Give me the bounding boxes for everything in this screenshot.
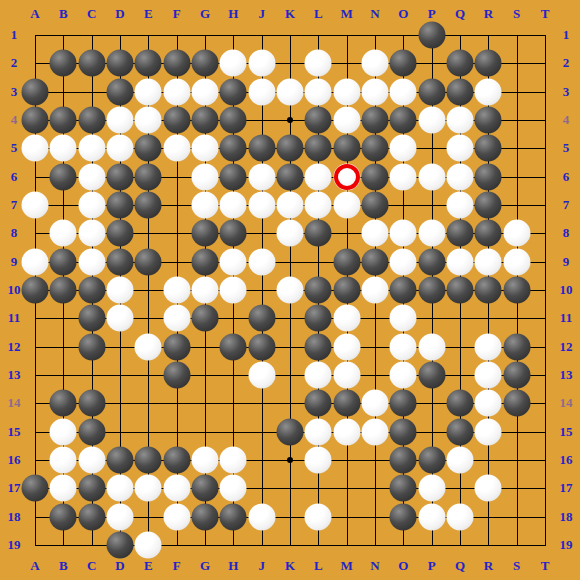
hoshi-dot xyxy=(287,457,293,463)
black-stone xyxy=(362,248,389,275)
black-stone xyxy=(78,277,105,304)
white-stone xyxy=(192,78,219,105)
column-label: B xyxy=(59,558,68,574)
last-move-marker xyxy=(334,164,360,190)
white-stone xyxy=(248,78,275,105)
white-stone xyxy=(163,78,190,105)
white-stone xyxy=(248,50,275,77)
black-stone xyxy=(390,475,417,502)
white-stone xyxy=(192,135,219,162)
white-stone xyxy=(78,192,105,219)
black-stone xyxy=(107,532,134,559)
white-stone xyxy=(22,248,49,275)
white-stone xyxy=(362,277,389,304)
white-stone xyxy=(390,248,417,275)
column-label: Q xyxy=(455,558,465,574)
white-stone xyxy=(192,163,219,190)
black-stone xyxy=(192,475,219,502)
black-stone xyxy=(107,78,134,105)
white-stone xyxy=(277,78,304,105)
white-stone xyxy=(107,475,134,502)
hoshi-dot xyxy=(287,117,293,123)
black-stone xyxy=(503,362,530,389)
black-stone xyxy=(192,248,219,275)
white-stone xyxy=(248,192,275,219)
column-label: H xyxy=(228,6,238,22)
black-stone xyxy=(50,248,77,275)
row-label: 11 xyxy=(8,310,20,326)
black-stone xyxy=(78,333,105,360)
grid-line-horizontal xyxy=(35,347,546,348)
column-label: P xyxy=(428,6,436,22)
white-stone xyxy=(220,475,247,502)
white-stone xyxy=(78,220,105,247)
column-label: Q xyxy=(455,6,465,22)
black-stone xyxy=(78,305,105,332)
white-stone xyxy=(475,475,502,502)
row-label: 16 xyxy=(8,452,21,468)
black-stone xyxy=(50,390,77,417)
black-stone xyxy=(163,362,190,389)
row-label: 8 xyxy=(563,225,570,241)
white-stone xyxy=(22,192,49,219)
column-label: K xyxy=(285,558,295,574)
row-label: 17 xyxy=(560,480,573,496)
white-stone xyxy=(107,107,134,134)
white-stone xyxy=(220,447,247,474)
white-stone xyxy=(362,50,389,77)
white-stone xyxy=(390,163,417,190)
white-stone xyxy=(333,305,360,332)
column-label: A xyxy=(30,558,39,574)
white-stone xyxy=(418,503,445,530)
white-stone xyxy=(107,503,134,530)
white-stone xyxy=(163,503,190,530)
black-stone xyxy=(277,418,304,445)
column-label: N xyxy=(370,6,379,22)
black-stone xyxy=(78,50,105,77)
black-stone xyxy=(163,107,190,134)
row-label: 2 xyxy=(563,55,570,71)
grid-line-vertical xyxy=(545,35,546,546)
white-stone xyxy=(50,447,77,474)
black-stone xyxy=(390,503,417,530)
black-stone xyxy=(192,107,219,134)
white-stone xyxy=(220,192,247,219)
column-label: C xyxy=(87,6,96,22)
row-label: 15 xyxy=(8,424,21,440)
black-stone xyxy=(305,305,332,332)
black-stone xyxy=(305,277,332,304)
black-stone xyxy=(333,135,360,162)
white-stone xyxy=(22,135,49,162)
column-label: N xyxy=(370,558,379,574)
black-stone xyxy=(22,277,49,304)
white-stone xyxy=(78,248,105,275)
black-stone xyxy=(447,220,474,247)
white-stone xyxy=(333,192,360,219)
white-stone xyxy=(107,135,134,162)
black-stone xyxy=(362,192,389,219)
black-stone xyxy=(248,333,275,360)
row-label: 15 xyxy=(560,424,573,440)
column-label: O xyxy=(398,6,408,22)
black-stone xyxy=(78,475,105,502)
white-stone xyxy=(418,163,445,190)
black-stone xyxy=(50,277,77,304)
white-stone xyxy=(135,107,162,134)
black-stone xyxy=(503,277,530,304)
black-stone xyxy=(390,277,417,304)
white-stone xyxy=(135,333,162,360)
row-label: 13 xyxy=(560,367,573,383)
row-label: 3 xyxy=(563,84,570,100)
black-stone xyxy=(220,503,247,530)
black-stone xyxy=(390,447,417,474)
black-stone xyxy=(220,107,247,134)
white-stone xyxy=(50,475,77,502)
white-stone xyxy=(333,107,360,134)
row-label: 6 xyxy=(563,169,570,185)
white-stone xyxy=(362,418,389,445)
black-stone xyxy=(277,135,304,162)
black-stone xyxy=(390,418,417,445)
white-stone xyxy=(78,447,105,474)
black-stone xyxy=(107,447,134,474)
black-stone xyxy=(248,135,275,162)
black-stone xyxy=(447,50,474,77)
row-label: 14 xyxy=(8,395,21,411)
row-label: 5 xyxy=(563,140,570,156)
black-stone xyxy=(135,50,162,77)
black-stone xyxy=(107,163,134,190)
row-label: 7 xyxy=(11,197,18,213)
black-stone xyxy=(418,277,445,304)
row-label: 2 xyxy=(11,55,18,71)
black-stone xyxy=(135,135,162,162)
black-stone xyxy=(418,22,445,49)
black-stone xyxy=(475,220,502,247)
white-stone xyxy=(447,248,474,275)
black-stone xyxy=(50,107,77,134)
black-stone xyxy=(220,78,247,105)
white-stone xyxy=(305,418,332,445)
row-label: 9 xyxy=(563,254,570,270)
white-stone xyxy=(447,135,474,162)
black-stone xyxy=(135,447,162,474)
column-label: J xyxy=(258,6,265,22)
black-stone xyxy=(50,503,77,530)
row-label: 4 xyxy=(11,112,18,128)
black-stone xyxy=(305,390,332,417)
white-stone xyxy=(50,418,77,445)
row-label: 14 xyxy=(560,395,573,411)
black-stone xyxy=(220,333,247,360)
row-label: 12 xyxy=(560,339,573,355)
white-stone xyxy=(78,163,105,190)
column-label: R xyxy=(484,6,493,22)
white-stone xyxy=(418,220,445,247)
black-stone xyxy=(390,107,417,134)
black-stone xyxy=(475,192,502,219)
row-label: 19 xyxy=(560,537,573,553)
black-stone xyxy=(333,248,360,275)
black-stone xyxy=(475,163,502,190)
white-stone xyxy=(475,333,502,360)
black-stone xyxy=(135,248,162,275)
white-stone xyxy=(277,220,304,247)
white-stone xyxy=(305,50,332,77)
black-stone xyxy=(192,220,219,247)
white-stone xyxy=(305,447,332,474)
black-stone xyxy=(163,50,190,77)
row-label: 3 xyxy=(11,84,18,100)
row-label: 13 xyxy=(8,367,21,383)
column-label: F xyxy=(173,558,181,574)
column-label: R xyxy=(484,558,493,574)
black-stone xyxy=(22,78,49,105)
black-stone xyxy=(333,390,360,417)
white-stone xyxy=(390,333,417,360)
white-stone xyxy=(390,305,417,332)
white-stone xyxy=(447,192,474,219)
black-stone xyxy=(107,248,134,275)
black-stone xyxy=(135,192,162,219)
white-stone xyxy=(418,107,445,134)
black-stone xyxy=(418,248,445,275)
column-label: L xyxy=(314,558,323,574)
row-label: 10 xyxy=(560,282,573,298)
black-stone xyxy=(220,220,247,247)
column-label: G xyxy=(200,558,210,574)
black-stone xyxy=(418,362,445,389)
black-stone xyxy=(475,277,502,304)
column-label: T xyxy=(541,558,550,574)
column-label: G xyxy=(200,6,210,22)
grid-line-horizontal xyxy=(35,375,546,376)
column-label: E xyxy=(144,6,153,22)
white-stone xyxy=(248,248,275,275)
column-label: A xyxy=(30,6,39,22)
black-stone xyxy=(447,277,474,304)
row-label: 1 xyxy=(11,27,18,43)
black-stone xyxy=(277,163,304,190)
black-stone xyxy=(220,163,247,190)
black-stone xyxy=(475,107,502,134)
white-stone xyxy=(333,418,360,445)
column-label: K xyxy=(285,6,295,22)
go-board[interactable]: AABBCCDDEEFFGGHHJJKKLLMMNNOOPPQQRRSSTT11… xyxy=(0,0,580,580)
column-label: S xyxy=(513,6,520,22)
white-stone xyxy=(50,220,77,247)
black-stone xyxy=(390,390,417,417)
white-stone xyxy=(248,163,275,190)
column-label: D xyxy=(115,6,124,22)
black-stone xyxy=(305,333,332,360)
white-stone xyxy=(305,503,332,530)
white-stone xyxy=(305,192,332,219)
white-stone xyxy=(107,277,134,304)
black-stone xyxy=(107,220,134,247)
white-stone xyxy=(333,362,360,389)
row-label: 10 xyxy=(8,282,21,298)
column-label: S xyxy=(513,558,520,574)
white-stone xyxy=(163,277,190,304)
black-stone xyxy=(418,447,445,474)
white-stone xyxy=(50,135,77,162)
black-stone xyxy=(163,333,190,360)
white-stone xyxy=(163,305,190,332)
white-stone xyxy=(220,277,247,304)
white-stone xyxy=(362,220,389,247)
black-stone xyxy=(107,50,134,77)
black-stone xyxy=(248,305,275,332)
white-stone xyxy=(135,78,162,105)
black-stone xyxy=(22,475,49,502)
black-stone xyxy=(475,135,502,162)
black-stone xyxy=(503,390,530,417)
white-stone xyxy=(362,78,389,105)
column-label: D xyxy=(115,558,124,574)
black-stone xyxy=(362,135,389,162)
row-label: 12 xyxy=(8,339,21,355)
white-stone xyxy=(192,192,219,219)
white-stone xyxy=(277,192,304,219)
black-stone xyxy=(50,163,77,190)
row-label: 18 xyxy=(8,509,21,525)
black-stone xyxy=(192,50,219,77)
row-label: 9 xyxy=(11,254,18,270)
black-stone xyxy=(78,503,105,530)
black-stone xyxy=(192,305,219,332)
white-stone xyxy=(503,220,530,247)
white-stone xyxy=(333,333,360,360)
black-stone xyxy=(418,78,445,105)
black-stone xyxy=(475,50,502,77)
white-stone xyxy=(333,78,360,105)
white-stone xyxy=(390,135,417,162)
white-stone xyxy=(475,362,502,389)
black-stone xyxy=(22,107,49,134)
white-stone xyxy=(305,78,332,105)
black-stone xyxy=(192,503,219,530)
black-stone xyxy=(78,107,105,134)
white-stone xyxy=(248,362,275,389)
white-stone xyxy=(192,277,219,304)
black-stone xyxy=(163,447,190,474)
white-stone xyxy=(78,135,105,162)
white-stone xyxy=(135,475,162,502)
white-stone xyxy=(163,135,190,162)
row-label: 5 xyxy=(11,140,18,156)
white-stone xyxy=(305,163,332,190)
white-stone xyxy=(362,390,389,417)
black-stone xyxy=(305,220,332,247)
black-stone xyxy=(333,277,360,304)
white-stone xyxy=(220,248,247,275)
column-label: C xyxy=(87,558,96,574)
white-stone xyxy=(163,475,190,502)
white-stone xyxy=(192,447,219,474)
row-label: 17 xyxy=(8,480,21,496)
column-label: E xyxy=(144,558,153,574)
white-stone xyxy=(418,333,445,360)
row-label: 19 xyxy=(8,537,21,553)
row-label: 11 xyxy=(560,310,572,326)
black-stone xyxy=(78,418,105,445)
black-stone xyxy=(107,192,134,219)
white-stone xyxy=(447,447,474,474)
black-stone xyxy=(135,163,162,190)
column-label: H xyxy=(228,558,238,574)
column-label: M xyxy=(341,558,353,574)
black-stone xyxy=(305,135,332,162)
black-stone xyxy=(50,50,77,77)
white-stone xyxy=(475,248,502,275)
white-stone xyxy=(475,390,502,417)
white-stone xyxy=(447,107,474,134)
row-label: 18 xyxy=(560,509,573,525)
black-stone xyxy=(220,135,247,162)
black-stone xyxy=(447,78,474,105)
black-stone xyxy=(78,390,105,417)
black-stone xyxy=(305,107,332,134)
row-label: 8 xyxy=(11,225,18,241)
white-stone xyxy=(418,475,445,502)
black-stone xyxy=(447,418,474,445)
black-stone xyxy=(447,390,474,417)
white-stone xyxy=(390,220,417,247)
black-stone xyxy=(362,107,389,134)
column-label: L xyxy=(314,6,323,22)
white-stone xyxy=(135,532,162,559)
white-stone xyxy=(248,503,275,530)
white-stone xyxy=(107,305,134,332)
white-stone xyxy=(277,277,304,304)
row-label: 16 xyxy=(560,452,573,468)
white-stone xyxy=(503,248,530,275)
row-label: 6 xyxy=(11,169,18,185)
white-stone xyxy=(305,362,332,389)
white-stone xyxy=(390,362,417,389)
column-label: M xyxy=(341,6,353,22)
black-stone xyxy=(503,333,530,360)
column-label: F xyxy=(173,6,181,22)
black-stone xyxy=(390,50,417,77)
column-label: J xyxy=(258,558,265,574)
row-label: 4 xyxy=(563,112,570,128)
column-label: P xyxy=(428,558,436,574)
column-label: B xyxy=(59,6,68,22)
white-stone xyxy=(475,78,502,105)
row-label: 1 xyxy=(563,27,570,43)
white-stone xyxy=(447,503,474,530)
column-label: T xyxy=(541,6,550,22)
white-stone xyxy=(475,418,502,445)
white-stone xyxy=(390,78,417,105)
white-stone xyxy=(447,163,474,190)
black-stone xyxy=(362,163,389,190)
white-stone xyxy=(220,50,247,77)
column-label: O xyxy=(398,558,408,574)
row-label: 7 xyxy=(563,197,570,213)
